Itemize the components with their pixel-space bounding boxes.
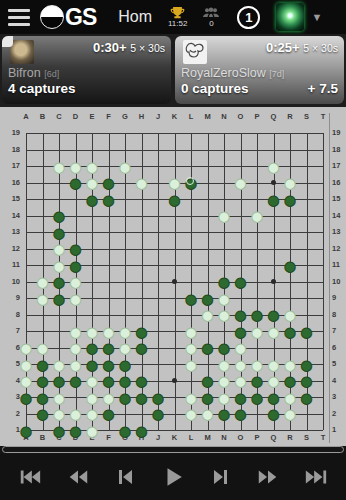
black-stone: ● bbox=[232, 405, 249, 422]
page-title[interactable]: Hom bbox=[118, 8, 152, 26]
black-stone: ● bbox=[249, 389, 266, 406]
star-point bbox=[271, 279, 276, 284]
black-stone: ● bbox=[265, 405, 282, 422]
coord-number-right: 8 bbox=[332, 310, 346, 320]
coord-letter-bottom: J bbox=[152, 433, 164, 443]
komi-score: + 7.5 bbox=[308, 81, 338, 96]
black-stone: ● bbox=[199, 339, 216, 356]
coord-letter-bottom: P bbox=[251, 433, 263, 443]
black-stone: ● bbox=[150, 405, 167, 422]
black-stone: ● bbox=[133, 422, 150, 439]
coord-number-right: 1 bbox=[332, 425, 346, 435]
play-button[interactable] bbox=[158, 464, 188, 490]
coord-letter-top: B bbox=[37, 112, 49, 122]
white-byoyomi: 5 × 30s bbox=[303, 42, 338, 54]
black-stone: ● bbox=[67, 372, 84, 389]
coord-letter-top: J bbox=[152, 112, 164, 122]
coord-letter-top: S bbox=[301, 112, 313, 122]
black-stone: ● bbox=[265, 191, 282, 208]
step-forward-button[interactable] bbox=[206, 464, 236, 490]
white-stone: ● bbox=[232, 174, 249, 191]
friends-indicator[interactable]: 0 bbox=[203, 7, 219, 28]
ogs-game-screen: GS Hom 11:52 0 1 ▼ 0:30+ bbox=[0, 0, 346, 500]
white-player-avatar[interactable] bbox=[183, 40, 207, 64]
tournament-time: 11:52 bbox=[168, 19, 187, 28]
coord-letter-top: P bbox=[251, 112, 263, 122]
chevron-down-icon[interactable]: ▼ bbox=[311, 11, 322, 23]
coord-letter-bottom: S bbox=[301, 433, 313, 443]
black-stone: ● bbox=[18, 389, 35, 406]
coord-letter-bottom: K bbox=[169, 433, 181, 443]
coord-letter-top: D bbox=[70, 112, 82, 122]
go-board[interactable]: AA1919BB1818CC1717DD1616EE1515FF1414GG13… bbox=[0, 107, 346, 446]
white-stone: ● bbox=[199, 405, 216, 422]
black-stone: ● bbox=[51, 422, 68, 439]
white-stone: ● bbox=[51, 158, 68, 175]
black-stone: ● bbox=[84, 191, 101, 208]
coord-number-left: 18 bbox=[2, 145, 20, 155]
coord-letter-bottom: F bbox=[103, 433, 115, 443]
coord-number-right: 4 bbox=[332, 376, 346, 386]
step-back-icon bbox=[115, 467, 135, 487]
black-stone: ● bbox=[298, 389, 315, 406]
coord-number-right: 10 bbox=[332, 277, 346, 287]
coord-number-left: 14 bbox=[2, 211, 20, 221]
coord-letter-top: M bbox=[202, 112, 214, 122]
notification-badge[interactable]: 1 bbox=[237, 6, 260, 29]
black-stone: ● bbox=[133, 389, 150, 406]
coord-letter-bottom: N bbox=[218, 433, 230, 443]
coord-letter-top: A bbox=[20, 112, 32, 122]
coord-number-left: 8 bbox=[2, 310, 20, 320]
black-stone: ● bbox=[183, 290, 200, 307]
coord-letter-top: L bbox=[185, 112, 197, 122]
coord-number-left: 7 bbox=[2, 326, 20, 336]
coord-number-left: 16 bbox=[2, 178, 20, 188]
fast-forward-button[interactable] bbox=[253, 464, 283, 490]
coord-number-right: 18 bbox=[332, 145, 346, 155]
coord-letter-bottom: R bbox=[284, 433, 296, 443]
fast-forward-icon bbox=[256, 467, 280, 487]
white-stone: ● bbox=[133, 174, 150, 191]
coord-number-right: 16 bbox=[332, 178, 346, 188]
coord-letter-top: Q bbox=[268, 112, 280, 122]
black-stone: ● bbox=[117, 422, 134, 439]
black-player-rank: [6d] bbox=[44, 69, 59, 79]
coord-letter-top: T bbox=[317, 112, 329, 122]
coord-number-right: 15 bbox=[332, 194, 346, 204]
coord-number-right: 3 bbox=[332, 392, 346, 402]
black-player-card[interactable]: 0:30+ 5 × 30s Bifron [6d] 4 captures bbox=[2, 36, 171, 104]
white-stone: ● bbox=[265, 158, 282, 175]
skip-to-start-button[interactable] bbox=[15, 464, 45, 490]
player-cards: 0:30+ 5 × 30s Bifron [6d] 4 captures 0:2… bbox=[0, 34, 346, 107]
coord-number-right: 6 bbox=[332, 343, 346, 353]
coord-letter-top: G bbox=[119, 112, 131, 122]
coord-letter-top: N bbox=[218, 112, 230, 122]
fast-rewind-icon bbox=[66, 467, 90, 487]
coord-number-left: 2 bbox=[2, 409, 20, 419]
friends-count: 0 bbox=[209, 19, 213, 28]
coord-number-right: 12 bbox=[332, 244, 346, 254]
white-stone: ● bbox=[249, 207, 266, 224]
star-point bbox=[271, 180, 276, 185]
white-stone: ● bbox=[34, 290, 51, 307]
board-right-edge bbox=[329, 113, 330, 443]
white-stone: ● bbox=[265, 323, 282, 340]
coord-number-left: 13 bbox=[2, 227, 20, 237]
white-stone: ● bbox=[216, 306, 233, 323]
ogs-logo-circle-icon bbox=[40, 5, 64, 29]
white-stone: ● bbox=[199, 306, 216, 323]
coord-letter-bottom: T bbox=[317, 433, 329, 443]
coord-letter-bottom: O bbox=[235, 433, 247, 443]
skip-to-end-icon bbox=[304, 467, 328, 487]
coord-letter-top: O bbox=[235, 112, 247, 122]
move-slider[interactable] bbox=[2, 446, 344, 453]
white-player-rank: [7d] bbox=[269, 69, 284, 79]
black-player-name[interactable]: Bifron [6d] bbox=[8, 66, 165, 80]
black-stone: ● bbox=[216, 405, 233, 422]
white-captures: 0 captures bbox=[181, 81, 249, 96]
black-stone: ● bbox=[67, 174, 84, 191]
black-stone: ● bbox=[298, 323, 315, 340]
step-back-button[interactable] bbox=[110, 464, 140, 490]
black-stone: ● bbox=[18, 422, 35, 439]
coord-number-right: 2 bbox=[332, 409, 346, 419]
menu-icon[interactable] bbox=[8, 9, 30, 26]
black-stone: ● bbox=[282, 191, 299, 208]
white-stone: ● bbox=[249, 323, 266, 340]
black-player-clock: 0:30+ 5 × 30s bbox=[93, 40, 165, 55]
coord-letter-top: E bbox=[86, 112, 98, 122]
black-stone: ● bbox=[100, 405, 117, 422]
playback-controls bbox=[0, 454, 346, 500]
coord-letter-bottom: M bbox=[202, 433, 214, 443]
black-captures: 4 captures bbox=[8, 81, 76, 96]
top-bar: GS Hom 11:52 0 1 ▼ bbox=[0, 0, 346, 34]
black-stone: ● bbox=[67, 422, 84, 439]
coord-number-left: 9 bbox=[2, 293, 20, 303]
ogs-logo-text: GS bbox=[65, 4, 96, 31]
ogs-logo[interactable]: GS bbox=[40, 4, 96, 31]
coord-letter-top: H bbox=[136, 112, 148, 122]
black-stone: ● bbox=[51, 290, 68, 307]
people-icon bbox=[203, 7, 219, 19]
coord-letter-bottom: B bbox=[37, 433, 49, 443]
white-stone: ● bbox=[117, 158, 134, 175]
play-icon bbox=[162, 466, 184, 488]
step-forward-icon bbox=[211, 467, 231, 487]
skip-to-start-icon bbox=[18, 467, 42, 487]
coord-number-right: 9 bbox=[332, 293, 346, 303]
black-stone: ● bbox=[100, 191, 117, 208]
coord-letter-top: R bbox=[284, 112, 296, 122]
coord-number-right: 11 bbox=[332, 260, 346, 270]
coord-letter-top: F bbox=[103, 112, 115, 122]
white-player-clock: 0:25+ 5 × 30s bbox=[266, 40, 338, 55]
white-stone: ● bbox=[67, 290, 84, 307]
coord-number-right: 13 bbox=[332, 227, 346, 237]
black-stone: ● bbox=[282, 257, 299, 274]
grid-line-v bbox=[323, 133, 324, 430]
coord-number-right: 7 bbox=[332, 326, 346, 336]
white-player-card[interactable]: 0:25+ 5 × 30s RoyalZeroSlow [7d] 0 captu… bbox=[175, 36, 344, 104]
fast-rewind-button[interactable] bbox=[63, 464, 93, 490]
black-stone: ● bbox=[282, 323, 299, 340]
black-byoyomi: 5 × 30s bbox=[130, 42, 165, 54]
coord-number-right: 17 bbox=[332, 161, 346, 171]
white-stone: ● bbox=[183, 405, 200, 422]
star-point bbox=[172, 279, 177, 284]
coord-number-right: 19 bbox=[332, 128, 346, 138]
coord-number-left: 19 bbox=[2, 128, 20, 138]
coord-number-right: 5 bbox=[332, 359, 346, 369]
trophy-icon bbox=[170, 6, 185, 19]
white-stone: ● bbox=[216, 207, 233, 224]
skip-to-end-button[interactable] bbox=[301, 464, 331, 490]
white-stone: ● bbox=[84, 422, 101, 439]
coord-number-left: 17 bbox=[2, 161, 20, 171]
white-stone: ● bbox=[183, 356, 200, 373]
coord-letter-bottom: Q bbox=[268, 433, 280, 443]
coord-letter-top: K bbox=[169, 112, 181, 122]
white-player-name[interactable]: RoyalZeroSlow [7d] bbox=[181, 66, 338, 80]
white-stone: ● bbox=[282, 405, 299, 422]
coord-number-left: 11 bbox=[2, 260, 20, 270]
black-stone: ● bbox=[34, 405, 51, 422]
user-avatar[interactable] bbox=[276, 3, 304, 31]
coord-number-right: 14 bbox=[332, 211, 346, 221]
black-stone: ● bbox=[232, 273, 249, 290]
coord-number-left: 10 bbox=[2, 277, 20, 287]
black-player-avatar[interactable] bbox=[10, 40, 34, 64]
coord-letter-bottom: L bbox=[185, 433, 197, 443]
coord-number-left: 15 bbox=[2, 194, 20, 204]
coord-number-left: 12 bbox=[2, 244, 20, 254]
tournament-timer[interactable]: 11:52 bbox=[168, 6, 187, 28]
coord-letter-top: C bbox=[53, 112, 65, 122]
black-stone: ● bbox=[117, 389, 134, 406]
star-point bbox=[172, 378, 177, 383]
turn-indicator-chip bbox=[2, 36, 13, 47]
black-stone: ● bbox=[133, 339, 150, 356]
black-stone: ● bbox=[166, 191, 183, 208]
